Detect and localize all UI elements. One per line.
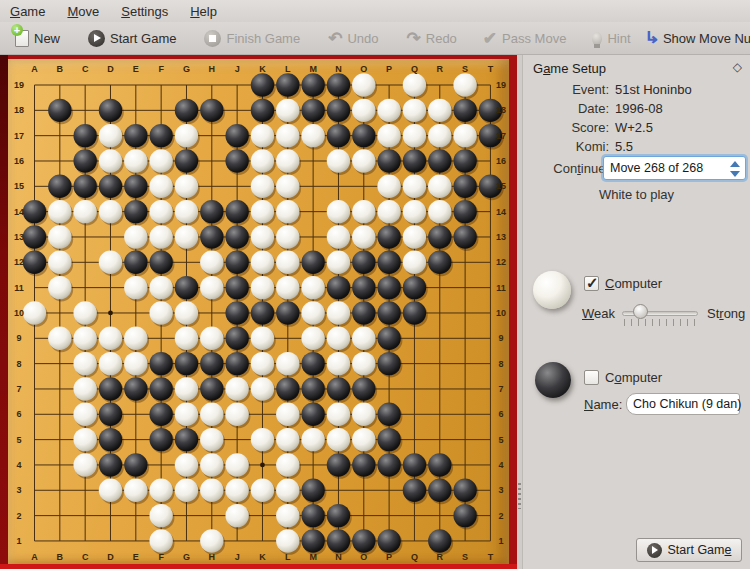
black-stone-J11[interactable] (225, 276, 248, 299)
start-game-button[interactable]: Start Game (81, 27, 183, 50)
black-stone-G11[interactable] (175, 276, 198, 299)
white-stone-C5[interactable] (73, 428, 96, 451)
panel-title: Game Setup (533, 61, 606, 76)
black-stone-R13[interactable] (428, 225, 451, 248)
black-stone-N19[interactable] (327, 73, 350, 96)
black-stone-N1[interactable] (327, 529, 350, 552)
white-stone-L6[interactable] (276, 403, 299, 426)
board-coordinate: 10 (496, 308, 506, 318)
black-stone-H14[interactable] (200, 200, 223, 223)
pass-move-button[interactable]: ✔ Pass Move (476, 27, 574, 50)
board-coordinate: R (437, 552, 444, 562)
white-stone-C4[interactable] (73, 453, 96, 476)
white-stone-D8[interactable] (99, 352, 122, 375)
board-coordinate: 13 (14, 232, 24, 242)
continue-label: Continue: (523, 161, 609, 176)
white-stone-H4[interactable] (200, 453, 223, 476)
continue-move-spinbox[interactable]: Move 268 of 268 (603, 156, 746, 180)
white-stone-B14[interactable] (48, 200, 71, 223)
white-stone-K3[interactable] (251, 479, 274, 502)
black-stone-O10[interactable] (352, 301, 375, 324)
board-coordinate: S (462, 64, 468, 74)
finish-game-button[interactable]: Finish Game (197, 27, 307, 50)
black-stone-C15[interactable] (73, 175, 96, 198)
white-stone-K7[interactable] (251, 377, 274, 400)
board-coordinate: H (209, 64, 216, 74)
board-coordinate: R (437, 64, 444, 74)
white-stone-C6[interactable] (73, 403, 96, 426)
black-stone-L19[interactable] (276, 73, 299, 96)
white-stone-K16[interactable] (251, 149, 274, 172)
black-stone-D6[interactable] (99, 403, 122, 426)
white-stone-F2[interactable] (149, 504, 172, 527)
black-stone-M18[interactable] (301, 99, 324, 122)
white-computer-label[interactable]: Computer (605, 276, 662, 291)
black-stone-S13[interactable] (453, 225, 476, 248)
black-stone-D7[interactable] (99, 377, 122, 400)
black-stone-R3[interactable] (428, 479, 451, 502)
white-stone-H1[interactable] (200, 529, 223, 552)
board-coordinate: F (158, 64, 164, 74)
white-stone-M9[interactable] (301, 327, 324, 350)
white-stone-D16[interactable] (99, 149, 122, 172)
show-move-numbers-button[interactable]: ↳ Show Move Numbers (638, 27, 750, 49)
board-coordinate: Q (411, 64, 418, 74)
white-stone-C14[interactable] (73, 200, 96, 223)
black-stone-A12[interactable] (23, 251, 46, 274)
board-coordinate: 2 (16, 511, 21, 521)
black-stone-N11[interactable] (327, 276, 350, 299)
white-stone-L4[interactable] (276, 453, 299, 476)
white-stone-O5[interactable] (352, 428, 375, 451)
black-stone-Q4[interactable] (403, 453, 426, 476)
board-coordinate: N (335, 552, 342, 562)
black-stone-D18[interactable] (99, 99, 122, 122)
white-stone-K14[interactable] (251, 200, 274, 223)
white-stone-K8[interactable] (251, 352, 274, 375)
black-stone-Q10[interactable] (403, 301, 426, 324)
white-stone-P14[interactable] (377, 200, 400, 223)
white-stone-N5[interactable] (327, 428, 350, 451)
white-stone-S17[interactable] (453, 124, 476, 147)
board-coordinate: 19 (14, 80, 24, 90)
redo-button[interactable]: ↷ Redo (400, 27, 464, 50)
white-computer-checkbox[interactable] (584, 276, 599, 291)
white-stone-F1[interactable] (149, 529, 172, 552)
board-coordinate: 7 (498, 384, 503, 394)
white-stone-F11[interactable] (149, 276, 172, 299)
white-stone-G15[interactable] (175, 175, 198, 198)
black-stone-O7[interactable] (352, 377, 375, 400)
white-stone-Q12[interactable] (403, 251, 426, 274)
white-stone-M5[interactable] (301, 428, 324, 451)
board-coordinate: 9 (498, 333, 503, 343)
board-coordinate: S (462, 552, 468, 562)
menu-settings[interactable]: Settings (121, 4, 168, 19)
black-stone-M2[interactable] (301, 504, 324, 527)
white-stone-G6[interactable] (175, 403, 198, 426)
white-stone-L3[interactable] (276, 479, 299, 502)
board-coordinate: 11 (496, 283, 506, 293)
white-stone-R15[interactable] (428, 175, 451, 198)
player-name-field[interactable]: Cho Chikun (9 dan) (626, 393, 740, 415)
white-stone-G10[interactable] (175, 301, 198, 324)
black-stone-K10[interactable] (251, 301, 274, 324)
white-stone-R17[interactable] (428, 124, 451, 147)
black-stone-E15[interactable] (124, 175, 147, 198)
white-stone-J6[interactable] (225, 403, 248, 426)
white-stone-O8[interactable] (352, 352, 375, 375)
black-stone-G16[interactable] (175, 149, 198, 172)
black-stone-H8[interactable] (200, 352, 223, 375)
white-stone-Q17[interactable] (403, 124, 426, 147)
white-stone-Q19[interactable] (403, 73, 426, 96)
black-stone-P5[interactable] (377, 428, 400, 451)
black-stone-J17[interactable] (225, 124, 248, 147)
board-coordinate: K (259, 64, 266, 74)
black-stone-M12[interactable] (301, 251, 324, 274)
black-stone-L7[interactable] (276, 377, 299, 400)
black-stone-E7[interactable] (124, 377, 147, 400)
white-stone-E8[interactable] (124, 352, 147, 375)
black-stone-C16[interactable] (73, 149, 96, 172)
black-computer-checkbox[interactable] (584, 370, 599, 385)
board-coordinate: 5 (498, 435, 503, 445)
white-stone-O9[interactable] (352, 327, 375, 350)
white-stone-N8[interactable] (327, 352, 350, 375)
white-stone-L16[interactable] (276, 149, 299, 172)
black-stone-G5[interactable] (175, 428, 198, 451)
white-stone-F13[interactable] (149, 225, 172, 248)
white-stone-O18[interactable] (352, 99, 375, 122)
black-stone-M19[interactable] (301, 73, 324, 96)
white-stone-F3[interactable] (149, 479, 172, 502)
start-game-panel-button[interactable]: Start Game (636, 538, 742, 562)
white-stone-F15[interactable] (149, 175, 172, 198)
white-stone-Q13[interactable] (403, 225, 426, 248)
white-stone-N14[interactable] (327, 200, 350, 223)
black-stone-P1[interactable] (377, 529, 400, 552)
white-stone-D9[interactable] (99, 327, 122, 350)
white-stone-B11[interactable] (48, 276, 71, 299)
black-stone-G8[interactable] (175, 352, 198, 375)
white-stone-K11[interactable] (251, 276, 274, 299)
black-stone-A13[interactable] (23, 225, 46, 248)
white-stone-L12[interactable] (276, 251, 299, 274)
black-stone-K18[interactable] (251, 99, 274, 122)
black-stone-S3[interactable] (453, 479, 476, 502)
black-stone-S2[interactable] (453, 504, 476, 527)
white-stone-K5[interactable] (251, 428, 274, 451)
black-stone-N17[interactable] (327, 124, 350, 147)
black-stone-J10[interactable] (225, 301, 248, 324)
black-stone-E4[interactable] (124, 453, 147, 476)
black-stone-L10[interactable] (276, 301, 299, 324)
black-stone-J8[interactable] (225, 352, 248, 375)
white-stone-H3[interactable] (200, 479, 223, 502)
board-coordinate: E (133, 552, 139, 562)
spinbox-arrows-icon[interactable] (730, 160, 740, 178)
white-stone-E16[interactable] (124, 149, 147, 172)
black-stone-P10[interactable] (377, 301, 400, 324)
board-coordinate: 10 (14, 308, 24, 318)
white-stone-K12[interactable] (251, 251, 274, 274)
board-coordinate: 18 (496, 105, 506, 115)
menu-move[interactable]: Move (67, 4, 99, 19)
white-stone-Q15[interactable] (403, 175, 426, 198)
black-stone-S15[interactable] (453, 175, 476, 198)
menu-game[interactable]: Game (10, 4, 45, 19)
black-stone-M6[interactable] (301, 403, 324, 426)
board-frame: AABBCCDDEEFFGGHHJJKKLLMMNNOOPPQQRRSSTT19… (0, 55, 517, 569)
black-stone-F17[interactable] (149, 124, 172, 147)
black-stone-O1[interactable] (352, 529, 375, 552)
white-stone-A10[interactable] (23, 301, 46, 324)
white-stone-B9[interactable] (48, 327, 71, 350)
white-stone-J7[interactable] (225, 377, 248, 400)
komi-value: 5.5 (615, 139, 633, 154)
black-stone-F6[interactable] (149, 403, 172, 426)
black-stone-Q11[interactable] (403, 276, 426, 299)
black-stone-J16[interactable] (225, 149, 248, 172)
black-stone-Q3[interactable] (403, 479, 426, 502)
white-stone-M17[interactable] (301, 124, 324, 147)
black-stone-S16[interactable] (453, 149, 476, 172)
white-stone-D12[interactable] (99, 251, 122, 274)
black-stone-Q16[interactable] (403, 149, 426, 172)
black-stone-E17[interactable] (124, 124, 147, 147)
strong-label: Strong (707, 306, 745, 321)
board-coordinate: O (360, 552, 367, 562)
white-stone-N10[interactable] (327, 301, 350, 324)
black-stone-O11[interactable] (352, 276, 375, 299)
white-stone-O13[interactable] (352, 225, 375, 248)
white-stone-F16[interactable] (149, 149, 172, 172)
white-stone-J4[interactable] (225, 453, 248, 476)
white-stone-L18[interactable] (276, 99, 299, 122)
white-stone-N9[interactable] (327, 327, 350, 350)
white-stone-P18[interactable] (377, 99, 400, 122)
board-coordinate: P (386, 552, 392, 562)
black-stone-P6[interactable] (377, 403, 400, 426)
board-coordinate: A (31, 64, 38, 74)
white-stone-G17[interactable] (175, 124, 198, 147)
black-stone-N7[interactable] (327, 377, 350, 400)
black-stone-R1[interactable] (428, 529, 451, 552)
undo-button[interactable]: ↶ Undo (321, 27, 385, 50)
white-stone-L5[interactable] (276, 428, 299, 451)
white-stone-O6[interactable] (352, 403, 375, 426)
black-stone-N18[interactable] (327, 99, 350, 122)
white-stone-L2[interactable] (276, 504, 299, 527)
black-stone-M3[interactable] (301, 479, 324, 502)
white-stone-H5[interactable] (200, 428, 223, 451)
white-stone-R18[interactable] (428, 99, 451, 122)
white-stone-L17[interactable] (276, 124, 299, 147)
black-stone-H13[interactable] (200, 225, 223, 248)
white-stone-E9[interactable] (124, 327, 147, 350)
white-stone-K13[interactable] (251, 225, 274, 248)
black-stone-A14[interactable] (23, 200, 46, 223)
go-board[interactable]: AABBCCDDEEFFGGHHJJKKLLMMNNOOPPQQRRSSTT19… (8, 59, 509, 566)
board-coordinate: E (133, 64, 139, 74)
black-stone-D4[interactable] (99, 453, 122, 476)
white-stone-C8[interactable] (73, 352, 96, 375)
menu-help[interactable]: Help (190, 4, 217, 19)
board-coordinate: 17 (14, 131, 24, 141)
white-stone-G7[interactable] (175, 377, 198, 400)
white-stone-N12[interactable] (327, 251, 350, 274)
white-stone-Q18[interactable] (403, 99, 426, 122)
play-circle-icon (647, 543, 662, 558)
white-stone-O16[interactable] (352, 149, 375, 172)
board-coordinate: P (386, 64, 392, 74)
board-coordinate: C (82, 64, 89, 74)
black-stone-J9[interactable] (225, 327, 248, 350)
white-stone-K9[interactable] (251, 327, 274, 350)
black-stone-S18[interactable] (453, 99, 476, 122)
white-stone-L14[interactable] (276, 200, 299, 223)
white-stone-L13[interactable] (276, 225, 299, 248)
black-stone-E12[interactable] (124, 251, 147, 274)
black-stone-G18[interactable] (175, 99, 198, 122)
white-stone-M10[interactable] (301, 301, 324, 324)
black-stone-J14[interactable] (225, 200, 248, 223)
black-stone-B18[interactable] (48, 99, 71, 122)
board-coordinate: Q (411, 552, 418, 562)
white-stone-C7[interactable] (73, 377, 96, 400)
black-stone-R4[interactable] (428, 453, 451, 476)
black-stone-O4[interactable] (352, 453, 375, 476)
white-stone-G4[interactable] (175, 453, 198, 476)
black-stone-K19[interactable] (251, 73, 274, 96)
white-stone-L11[interactable] (276, 276, 299, 299)
white-stone-D14[interactable] (99, 200, 122, 223)
board-coordinate: 13 (496, 232, 506, 242)
black-stone-M8[interactable] (301, 352, 324, 375)
black-stone-O12[interactable] (352, 251, 375, 274)
white-stone-N6[interactable] (327, 403, 350, 426)
white-stone-L8[interactable] (276, 352, 299, 375)
white-stone-C9[interactable] (73, 327, 96, 350)
black-stone-S14[interactable] (453, 200, 476, 223)
black-stone-P4[interactable] (377, 453, 400, 476)
black-stone-P9[interactable] (377, 327, 400, 350)
black-stone-F7[interactable] (149, 377, 172, 400)
white-stone-F14[interactable] (149, 200, 172, 223)
white-stone-N13[interactable] (327, 225, 350, 248)
black-stone-M7[interactable] (301, 377, 324, 400)
board-coordinate: 18 (14, 105, 24, 115)
black-stone-P11[interactable] (377, 276, 400, 299)
white-stone-F10[interactable] (149, 301, 172, 324)
white-stone-O19[interactable] (352, 73, 375, 96)
black-stone-P8[interactable] (377, 352, 400, 375)
black-stone-D15[interactable] (99, 175, 122, 198)
white-stone-D17[interactable] (99, 124, 122, 147)
date-label: Date: (523, 101, 609, 116)
black-stone-P12[interactable] (377, 251, 400, 274)
white-stone-E3[interactable] (124, 479, 147, 502)
black-stone-J12[interactable] (225, 251, 248, 274)
white-stone-K15[interactable] (251, 175, 274, 198)
black-stone-C17[interactable] (73, 124, 96, 147)
black-stone-P13[interactable] (377, 225, 400, 248)
strength-slider-handle[interactable] (633, 304, 648, 319)
board-coordinate: 16 (496, 156, 506, 166)
black-stone-B15[interactable] (48, 175, 71, 198)
white-stone-H11[interactable] (200, 276, 223, 299)
black-stone-D5[interactable] (99, 428, 122, 451)
board-coordinate: O (360, 64, 367, 74)
black-stone-E14[interactable] (124, 200, 147, 223)
black-stone-P16[interactable] (377, 149, 400, 172)
white-stone-G13[interactable] (175, 225, 198, 248)
white-stone-H6[interactable] (200, 403, 223, 426)
white-stone-G3[interactable] (175, 479, 198, 502)
black-stone-O17[interactable] (352, 124, 375, 147)
black-stone-N2[interactable] (327, 504, 350, 527)
board-coordinate: B (57, 552, 64, 562)
white-stone-H9[interactable] (200, 327, 223, 350)
black-stone-F12[interactable] (149, 251, 172, 274)
black-stone-N4[interactable] (327, 453, 350, 476)
white-stone-P15[interactable] (377, 175, 400, 198)
black-computer-label[interactable]: Computer (605, 370, 662, 385)
white-stone-Q14[interactable] (403, 200, 426, 223)
black-stone-R12[interactable] (428, 251, 451, 274)
dock-float-icon[interactable]: ◇ (733, 60, 742, 74)
black-stone-H7[interactable] (200, 377, 223, 400)
white-stone-B12[interactable] (48, 251, 71, 274)
white-stone-P17[interactable] (377, 124, 400, 147)
black-stone-R16[interactable] (428, 149, 451, 172)
white-stone-E11[interactable] (124, 276, 147, 299)
new-document-icon (15, 30, 29, 47)
white-stone-C10[interactable] (73, 301, 96, 324)
white-stone-N16[interactable] (327, 149, 350, 172)
white-stone-H12[interactable] (200, 251, 223, 274)
white-stone-J3[interactable] (225, 479, 248, 502)
white-stone-G9[interactable] (175, 327, 198, 350)
black-stone-F8[interactable] (149, 352, 172, 375)
white-stone-L15[interactable] (276, 175, 299, 198)
white-stone-J2[interactable] (225, 504, 248, 527)
black-stone-J13[interactable] (225, 225, 248, 248)
white-stone-D3[interactable] (99, 479, 122, 502)
white-stone-S19[interactable] (453, 73, 476, 96)
white-stone-L1[interactable] (276, 529, 299, 552)
white-stone-E13[interactable] (124, 225, 147, 248)
black-stone-H18[interactable] (200, 99, 223, 122)
white-stone-B13[interactable] (48, 225, 71, 248)
black-stone-M1[interactable] (301, 529, 324, 552)
white-stone-K17[interactable] (251, 124, 274, 147)
menu-bar: Game Move Settings Help (0, 0, 750, 22)
white-stone-R14[interactable] (428, 200, 451, 223)
white-stone-M11[interactable] (301, 276, 324, 299)
board-coordinate: J (235, 552, 240, 562)
hint-button[interactable]: Hint (585, 28, 637, 49)
weak-label: Weak (582, 306, 615, 321)
board-coordinate: J (235, 64, 240, 74)
new-button[interactable]: New (8, 27, 67, 50)
slider-ticks (624, 319, 698, 326)
black-stone-F5[interactable] (149, 428, 172, 451)
white-stone-G14[interactable] (175, 200, 198, 223)
board-coordinate: 12 (14, 257, 24, 267)
white-stone-O14[interactable] (352, 200, 375, 223)
